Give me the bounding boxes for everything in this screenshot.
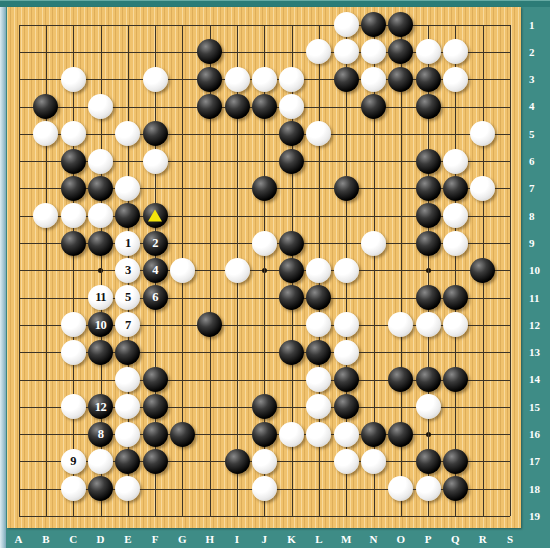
- board-point-B10[interactable]: [32, 257, 59, 284]
- board-point-J4[interactable]: [251, 93, 278, 120]
- board-point-M15[interactable]: [333, 393, 360, 420]
- board-point-Q11[interactable]: [442, 284, 469, 311]
- board-point-B14[interactable]: [32, 366, 59, 393]
- board-point-N19[interactable]: [360, 502, 387, 529]
- board-point-F5[interactable]: [141, 120, 168, 147]
- board-point-B8[interactable]: [32, 202, 59, 229]
- board-point-O16[interactable]: [387, 420, 414, 447]
- board-point-O15[interactable]: [387, 393, 414, 420]
- board-point-E6[interactable]: [114, 147, 141, 174]
- board-point-R18[interactable]: [469, 475, 496, 502]
- board-point-S1[interactable]: [496, 11, 523, 38]
- board-point-G11[interactable]: [169, 284, 196, 311]
- board-point-O17[interactable]: [387, 448, 414, 475]
- board-point-O19[interactable]: [387, 502, 414, 529]
- board-point-S14[interactable]: [496, 366, 523, 393]
- board-point-C19[interactable]: [60, 502, 87, 529]
- board-point-Q16[interactable]: [442, 420, 469, 447]
- board-point-K18[interactable]: [278, 475, 305, 502]
- board-point-N13[interactable]: [360, 339, 387, 366]
- board-point-D3[interactable]: [87, 66, 114, 93]
- board-point-J8[interactable]: [251, 202, 278, 229]
- board-point-N18[interactable]: [360, 475, 387, 502]
- board-point-D4[interactable]: [87, 93, 114, 120]
- board-point-K8[interactable]: [278, 202, 305, 229]
- board-point-J19[interactable]: [251, 502, 278, 529]
- board-point-D11[interactable]: 11: [87, 284, 114, 311]
- board-point-C1[interactable]: [60, 11, 87, 38]
- board-point-S10[interactable]: [496, 257, 523, 284]
- board-point-J12[interactable]: [251, 311, 278, 338]
- board-point-C11[interactable]: [60, 284, 87, 311]
- board-point-H1[interactable]: [196, 11, 223, 38]
- board-point-L17[interactable]: [305, 448, 332, 475]
- board-point-Q8[interactable]: [442, 202, 469, 229]
- board-point-M6[interactable]: [333, 147, 360, 174]
- board-point-B17[interactable]: [32, 448, 59, 475]
- board-point-R4[interactable]: [469, 93, 496, 120]
- board-point-R15[interactable]: [469, 393, 496, 420]
- board-point-L14[interactable]: [305, 366, 332, 393]
- board-point-Q1[interactable]: [442, 11, 469, 38]
- board-point-L4[interactable]: [305, 93, 332, 120]
- board-point-N6[interactable]: [360, 147, 387, 174]
- board-point-M2[interactable]: [333, 38, 360, 65]
- board-point-R9[interactable]: [469, 229, 496, 256]
- board-point-P8[interactable]: [414, 202, 441, 229]
- board-point-B4[interactable]: [32, 93, 59, 120]
- board-point-S2[interactable]: [496, 38, 523, 65]
- board-point-R11[interactable]: [469, 284, 496, 311]
- board-point-H19[interactable]: [196, 502, 223, 529]
- board-point-P18[interactable]: [414, 475, 441, 502]
- board-point-A9[interactable]: [5, 229, 32, 256]
- board-point-L1[interactable]: [305, 11, 332, 38]
- board-point-K19[interactable]: [278, 502, 305, 529]
- board-point-P12[interactable]: [414, 311, 441, 338]
- board-point-I17[interactable]: [223, 448, 250, 475]
- board-point-K15[interactable]: [278, 393, 305, 420]
- board-point-K6[interactable]: [278, 147, 305, 174]
- board-point-J10[interactable]: [251, 257, 278, 284]
- board-point-Q3[interactable]: [442, 66, 469, 93]
- board-point-F9[interactable]: 2: [141, 229, 168, 256]
- board-point-L2[interactable]: [305, 38, 332, 65]
- board-point-D18[interactable]: [87, 475, 114, 502]
- board-point-H10[interactable]: [196, 257, 223, 284]
- board-point-P16[interactable]: [414, 420, 441, 447]
- board-point-E3[interactable]: [114, 66, 141, 93]
- board-point-M5[interactable]: [333, 120, 360, 147]
- board-point-M1[interactable]: [333, 11, 360, 38]
- board-point-L16[interactable]: [305, 420, 332, 447]
- board-point-Q17[interactable]: [442, 448, 469, 475]
- board-point-R1[interactable]: [469, 11, 496, 38]
- board-point-Q10[interactable]: [442, 257, 469, 284]
- board-point-D5[interactable]: [87, 120, 114, 147]
- board-point-L19[interactable]: [305, 502, 332, 529]
- board-point-S9[interactable]: [496, 229, 523, 256]
- board-point-J15[interactable]: [251, 393, 278, 420]
- board-point-A17[interactable]: [5, 448, 32, 475]
- board-point-J7[interactable]: [251, 175, 278, 202]
- board-point-S17[interactable]: [496, 448, 523, 475]
- board-point-N2[interactable]: [360, 38, 387, 65]
- board-point-F8[interactable]: [141, 202, 168, 229]
- board-point-I11[interactable]: [223, 284, 250, 311]
- board-point-B6[interactable]: [32, 147, 59, 174]
- board-point-J1[interactable]: [251, 11, 278, 38]
- board-point-I8[interactable]: [223, 202, 250, 229]
- board-point-G6[interactable]: [169, 147, 196, 174]
- board-point-D1[interactable]: [87, 11, 114, 38]
- board-point-Q19[interactable]: [442, 502, 469, 529]
- board-point-G9[interactable]: [169, 229, 196, 256]
- board-point-B15[interactable]: [32, 393, 59, 420]
- board-point-F12[interactable]: [141, 311, 168, 338]
- board-point-N11[interactable]: [360, 284, 387, 311]
- board-point-R14[interactable]: [469, 366, 496, 393]
- board-point-N16[interactable]: [360, 420, 387, 447]
- board-point-K10[interactable]: [278, 257, 305, 284]
- board-point-R19[interactable]: [469, 502, 496, 529]
- board-point-K3[interactable]: [278, 66, 305, 93]
- board-point-F4[interactable]: [141, 93, 168, 120]
- board-point-P1[interactable]: [414, 11, 441, 38]
- board-point-K5[interactable]: [278, 120, 305, 147]
- board-point-O18[interactable]: [387, 475, 414, 502]
- board-point-H15[interactable]: [196, 393, 223, 420]
- board-point-R3[interactable]: [469, 66, 496, 93]
- board-point-E14[interactable]: [114, 366, 141, 393]
- board-point-M16[interactable]: [333, 420, 360, 447]
- board-point-I13[interactable]: [223, 339, 250, 366]
- board-point-Q5[interactable]: [442, 120, 469, 147]
- board-point-B7[interactable]: [32, 175, 59, 202]
- board-point-S6[interactable]: [496, 147, 523, 174]
- board-point-N9[interactable]: [360, 229, 387, 256]
- board-point-H2[interactable]: [196, 38, 223, 65]
- board-point-P7[interactable]: [414, 175, 441, 202]
- board-point-O10[interactable]: [387, 257, 414, 284]
- board-point-H7[interactable]: [196, 175, 223, 202]
- board-point-R6[interactable]: [469, 147, 496, 174]
- board-point-F11[interactable]: 6: [141, 284, 168, 311]
- board-point-C6[interactable]: [60, 147, 87, 174]
- board-point-R5[interactable]: [469, 120, 496, 147]
- board-point-E18[interactable]: [114, 475, 141, 502]
- board-point-I14[interactable]: [223, 366, 250, 393]
- board-point-G2[interactable]: [169, 38, 196, 65]
- board-point-D16[interactable]: 8: [87, 420, 114, 447]
- board-point-N10[interactable]: [360, 257, 387, 284]
- board-point-S13[interactable]: [496, 339, 523, 366]
- board-point-I18[interactable]: [223, 475, 250, 502]
- board-point-R13[interactable]: [469, 339, 496, 366]
- board-point-D13[interactable]: [87, 339, 114, 366]
- board-point-L6[interactable]: [305, 147, 332, 174]
- board-point-H9[interactable]: [196, 229, 223, 256]
- board-point-C2[interactable]: [60, 38, 87, 65]
- board-point-C15[interactable]: [60, 393, 87, 420]
- board-point-N12[interactable]: [360, 311, 387, 338]
- board-point-J17[interactable]: [251, 448, 278, 475]
- board-point-Q2[interactable]: [442, 38, 469, 65]
- board-point-A15[interactable]: [5, 393, 32, 420]
- board-point-A6[interactable]: [5, 147, 32, 174]
- board-point-K13[interactable]: [278, 339, 305, 366]
- board-point-H3[interactable]: [196, 66, 223, 93]
- board-point-E16[interactable]: [114, 420, 141, 447]
- board-point-S5[interactable]: [496, 120, 523, 147]
- board-point-K17[interactable]: [278, 448, 305, 475]
- board-point-J5[interactable]: [251, 120, 278, 147]
- board-point-E2[interactable]: [114, 38, 141, 65]
- board-point-H18[interactable]: [196, 475, 223, 502]
- board-point-O9[interactable]: [387, 229, 414, 256]
- board-point-C9[interactable]: [60, 229, 87, 256]
- board-point-A2[interactable]: [5, 38, 32, 65]
- board-point-G16[interactable]: [169, 420, 196, 447]
- board-point-D14[interactable]: [87, 366, 114, 393]
- board-point-L3[interactable]: [305, 66, 332, 93]
- board-point-N14[interactable]: [360, 366, 387, 393]
- board-point-M3[interactable]: [333, 66, 360, 93]
- board-point-A18[interactable]: [5, 475, 32, 502]
- board-point-A14[interactable]: [5, 366, 32, 393]
- board-point-I19[interactable]: [223, 502, 250, 529]
- board-point-A8[interactable]: [5, 202, 32, 229]
- board-point-I10[interactable]: [223, 257, 250, 284]
- board-point-J9[interactable]: [251, 229, 278, 256]
- board-point-J2[interactable]: [251, 38, 278, 65]
- board-point-M18[interactable]: [333, 475, 360, 502]
- board-point-G15[interactable]: [169, 393, 196, 420]
- board-point-M10[interactable]: [333, 257, 360, 284]
- board-point-A11[interactable]: [5, 284, 32, 311]
- board-point-E12[interactable]: 7: [114, 311, 141, 338]
- board-point-P17[interactable]: [414, 448, 441, 475]
- board-point-L11[interactable]: [305, 284, 332, 311]
- board-point-C13[interactable]: [60, 339, 87, 366]
- board-point-N1[interactable]: [360, 11, 387, 38]
- board-point-R16[interactable]: [469, 420, 496, 447]
- board-point-P15[interactable]: [414, 393, 441, 420]
- board-point-H12[interactable]: [196, 311, 223, 338]
- board-point-B9[interactable]: [32, 229, 59, 256]
- board-point-R12[interactable]: [469, 311, 496, 338]
- board-point-Q9[interactable]: [442, 229, 469, 256]
- board-point-G18[interactable]: [169, 475, 196, 502]
- board-point-P10[interactable]: [414, 257, 441, 284]
- board-point-I5[interactable]: [223, 120, 250, 147]
- board-point-B1[interactable]: [32, 11, 59, 38]
- board-point-G19[interactable]: [169, 502, 196, 529]
- board-point-M14[interactable]: [333, 366, 360, 393]
- board-point-F10[interactable]: 4: [141, 257, 168, 284]
- board-point-G4[interactable]: [169, 93, 196, 120]
- board-point-P4[interactable]: [414, 93, 441, 120]
- board-point-L5[interactable]: [305, 120, 332, 147]
- board-point-L7[interactable]: [305, 175, 332, 202]
- board-point-I7[interactable]: [223, 175, 250, 202]
- board-point-K2[interactable]: [278, 38, 305, 65]
- board-point-C12[interactable]: [60, 311, 87, 338]
- go-board[interactable]: 123411561071289: [7, 7, 521, 528]
- board-point-A10[interactable]: [5, 257, 32, 284]
- board-point-K11[interactable]: [278, 284, 305, 311]
- board-point-A5[interactable]: [5, 120, 32, 147]
- board-point-F7[interactable]: [141, 175, 168, 202]
- board-point-F6[interactable]: [141, 147, 168, 174]
- board-point-S16[interactable]: [496, 420, 523, 447]
- board-point-I12[interactable]: [223, 311, 250, 338]
- board-point-D9[interactable]: [87, 229, 114, 256]
- board-point-L8[interactable]: [305, 202, 332, 229]
- board-point-M19[interactable]: [333, 502, 360, 529]
- board-point-F16[interactable]: [141, 420, 168, 447]
- board-point-F13[interactable]: [141, 339, 168, 366]
- board-point-H8[interactable]: [196, 202, 223, 229]
- board-point-D17[interactable]: [87, 448, 114, 475]
- board-point-I6[interactable]: [223, 147, 250, 174]
- board-point-B11[interactable]: [32, 284, 59, 311]
- board-point-F18[interactable]: [141, 475, 168, 502]
- board-point-G8[interactable]: [169, 202, 196, 229]
- board-point-E4[interactable]: [114, 93, 141, 120]
- board-point-C5[interactable]: [60, 120, 87, 147]
- board-point-P6[interactable]: [414, 147, 441, 174]
- board-point-P9[interactable]: [414, 229, 441, 256]
- board-point-M17[interactable]: [333, 448, 360, 475]
- board-point-S4[interactable]: [496, 93, 523, 120]
- board-point-K4[interactable]: [278, 93, 305, 120]
- board-point-E9[interactable]: 1: [114, 229, 141, 256]
- board-point-S11[interactable]: [496, 284, 523, 311]
- board-point-A12[interactable]: [5, 311, 32, 338]
- board-point-E5[interactable]: [114, 120, 141, 147]
- board-point-B13[interactable]: [32, 339, 59, 366]
- board-point-Q6[interactable]: [442, 147, 469, 174]
- board-point-O3[interactable]: [387, 66, 414, 93]
- board-point-E10[interactable]: 3: [114, 257, 141, 284]
- board-point-N4[interactable]: [360, 93, 387, 120]
- board-point-L12[interactable]: [305, 311, 332, 338]
- board-point-H17[interactable]: [196, 448, 223, 475]
- board-point-H16[interactable]: [196, 420, 223, 447]
- board-point-G17[interactable]: [169, 448, 196, 475]
- board-point-J3[interactable]: [251, 66, 278, 93]
- board-point-G1[interactable]: [169, 11, 196, 38]
- board-point-C16[interactable]: [60, 420, 87, 447]
- board-point-A7[interactable]: [5, 175, 32, 202]
- board-point-N17[interactable]: [360, 448, 387, 475]
- board-point-P14[interactable]: [414, 366, 441, 393]
- board-point-R17[interactable]: [469, 448, 496, 475]
- board-point-L18[interactable]: [305, 475, 332, 502]
- board-point-E8[interactable]: [114, 202, 141, 229]
- board-point-K7[interactable]: [278, 175, 305, 202]
- board-point-I3[interactable]: [223, 66, 250, 93]
- board-point-M9[interactable]: [333, 229, 360, 256]
- board-point-L10[interactable]: [305, 257, 332, 284]
- board-point-D6[interactable]: [87, 147, 114, 174]
- board-point-R2[interactable]: [469, 38, 496, 65]
- board-point-L9[interactable]: [305, 229, 332, 256]
- board-point-I1[interactable]: [223, 11, 250, 38]
- board-point-R10[interactable]: [469, 257, 496, 284]
- board-point-J14[interactable]: [251, 366, 278, 393]
- board-point-F2[interactable]: [141, 38, 168, 65]
- board-point-N7[interactable]: [360, 175, 387, 202]
- board-point-D8[interactable]: [87, 202, 114, 229]
- board-point-B18[interactable]: [32, 475, 59, 502]
- board-point-Q12[interactable]: [442, 311, 469, 338]
- board-point-B12[interactable]: [32, 311, 59, 338]
- board-point-H6[interactable]: [196, 147, 223, 174]
- board-point-H5[interactable]: [196, 120, 223, 147]
- board-point-A13[interactable]: [5, 339, 32, 366]
- board-point-S8[interactable]: [496, 202, 523, 229]
- board-point-E7[interactable]: [114, 175, 141, 202]
- board-point-P19[interactable]: [414, 502, 441, 529]
- board-point-I4[interactable]: [223, 93, 250, 120]
- board-point-A4[interactable]: [5, 93, 32, 120]
- board-point-A19[interactable]: [5, 502, 32, 529]
- board-point-D2[interactable]: [87, 38, 114, 65]
- board-point-K12[interactable]: [278, 311, 305, 338]
- board-point-H4[interactable]: [196, 93, 223, 120]
- board-point-K14[interactable]: [278, 366, 305, 393]
- board-point-O5[interactable]: [387, 120, 414, 147]
- board-point-A16[interactable]: [5, 420, 32, 447]
- board-point-I15[interactable]: [223, 393, 250, 420]
- board-point-S3[interactable]: [496, 66, 523, 93]
- board-point-N8[interactable]: [360, 202, 387, 229]
- board-point-F17[interactable]: [141, 448, 168, 475]
- board-point-B19[interactable]: [32, 502, 59, 529]
- board-point-A3[interactable]: [5, 66, 32, 93]
- board-point-O13[interactable]: [387, 339, 414, 366]
- board-point-S15[interactable]: [496, 393, 523, 420]
- board-point-K16[interactable]: [278, 420, 305, 447]
- board-point-P5[interactable]: [414, 120, 441, 147]
- board-point-P11[interactable]: [414, 284, 441, 311]
- board-point-M7[interactable]: [333, 175, 360, 202]
- board-point-F14[interactable]: [141, 366, 168, 393]
- board-point-B16[interactable]: [32, 420, 59, 447]
- board-point-S12[interactable]: [496, 311, 523, 338]
- board-point-J11[interactable]: [251, 284, 278, 311]
- board-point-F3[interactable]: [141, 66, 168, 93]
- board-point-E17[interactable]: [114, 448, 141, 475]
- board-point-I2[interactable]: [223, 38, 250, 65]
- board-point-D7[interactable]: [87, 175, 114, 202]
- board-point-G14[interactable]: [169, 366, 196, 393]
- board-point-Q15[interactable]: [442, 393, 469, 420]
- board-point-Q7[interactable]: [442, 175, 469, 202]
- board-point-C14[interactable]: [60, 366, 87, 393]
- board-point-B5[interactable]: [32, 120, 59, 147]
- board-point-Q14[interactable]: [442, 366, 469, 393]
- board-point-O11[interactable]: [387, 284, 414, 311]
- board-point-R7[interactable]: [469, 175, 496, 202]
- board-point-I9[interactable]: [223, 229, 250, 256]
- board-point-P13[interactable]: [414, 339, 441, 366]
- board-point-C3[interactable]: [60, 66, 87, 93]
- board-point-J16[interactable]: [251, 420, 278, 447]
- board-point-R8[interactable]: [469, 202, 496, 229]
